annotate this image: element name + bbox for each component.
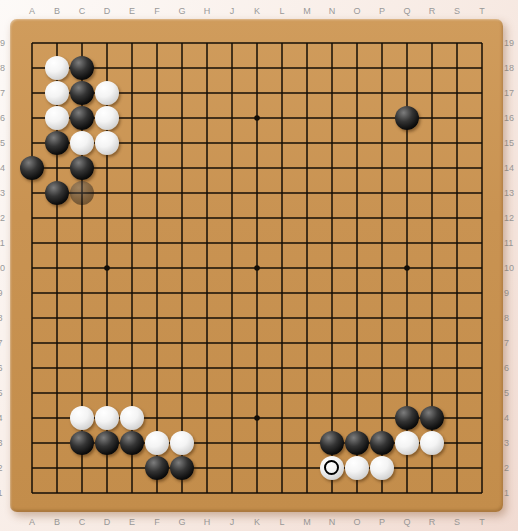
- white-stone-B17: [45, 81, 69, 105]
- col-label-top-A: A: [22, 4, 42, 18]
- black-stone-C17: [70, 81, 94, 105]
- row-label-right-17: 17: [504, 86, 518, 100]
- col-label-top-C: C: [72, 4, 92, 18]
- black-stone-B13: [45, 181, 69, 205]
- star-point-D10: [104, 265, 110, 271]
- ghost-stone-C13[interactable]: [70, 181, 94, 205]
- row-label-right-14: 14: [504, 161, 518, 175]
- row-label-left-16: 16: [0, 111, 10, 125]
- black-stone-P3: [370, 431, 394, 455]
- black-stone-B15: [45, 131, 69, 155]
- row-label-left-12: 12: [0, 211, 10, 225]
- row-label-right-7: 7: [504, 336, 518, 350]
- row-label-left-10: 10: [0, 261, 10, 275]
- row-label-right-1: 1: [504, 486, 518, 500]
- col-label-bottom-N: N: [322, 515, 342, 529]
- col-label-bottom-B: B: [47, 515, 67, 529]
- col-label-top-T: T: [472, 4, 492, 18]
- row-label-left-6: 6: [0, 361, 10, 375]
- row-label-left-7: 7: [0, 336, 10, 350]
- white-stone-Q3: [395, 431, 419, 455]
- white-stone-D16: [95, 106, 119, 130]
- row-label-left-1: 1: [0, 486, 10, 500]
- go-app: { "game": "go", "board_size": 19, "posit…: [0, 0, 518, 531]
- row-label-left-14: 14: [0, 161, 10, 175]
- col-label-top-N: N: [322, 4, 342, 18]
- col-label-bottom-E: E: [122, 515, 142, 529]
- black-stone-C16: [70, 106, 94, 130]
- col-label-top-O: O: [347, 4, 367, 18]
- col-label-top-Q: Q: [397, 4, 417, 18]
- row-label-right-13: 13: [504, 186, 518, 200]
- black-stone-E3: [120, 431, 144, 455]
- col-label-bottom-O: O: [347, 515, 367, 529]
- row-label-left-2: 2: [0, 461, 10, 475]
- col-label-top-K: K: [247, 4, 267, 18]
- row-label-left-9: 9: [0, 286, 10, 300]
- star-point-Q10: [404, 265, 410, 271]
- col-label-bottom-D: D: [97, 515, 117, 529]
- col-label-bottom-K: K: [247, 515, 267, 529]
- row-label-right-16: 16: [504, 111, 518, 125]
- col-label-top-M: M: [297, 4, 317, 18]
- white-stone-C15: [70, 131, 94, 155]
- black-stone-G2: [170, 456, 194, 480]
- star-point-K16: [254, 115, 260, 121]
- row-label-left-19: 19: [0, 36, 10, 50]
- row-label-left-18: 18: [0, 61, 10, 75]
- black-stone-N3: [320, 431, 344, 455]
- white-stone-D17: [95, 81, 119, 105]
- row-label-right-5: 5: [504, 386, 518, 400]
- col-label-bottom-F: F: [147, 515, 167, 529]
- black-stone-A14: [20, 156, 44, 180]
- col-label-top-S: S: [447, 4, 467, 18]
- white-stone-E4: [120, 406, 144, 430]
- row-label-right-15: 15: [504, 136, 518, 150]
- col-label-bottom-P: P: [372, 515, 392, 529]
- row-label-right-10: 10: [504, 261, 518, 275]
- white-stone-P2: [370, 456, 394, 480]
- row-label-right-3: 3: [504, 436, 518, 450]
- black-stone-Q16: [395, 106, 419, 130]
- row-label-left-11: 11: [0, 236, 10, 250]
- white-stone-G3: [170, 431, 194, 455]
- star-point-K10: [254, 265, 260, 271]
- white-stone-O2: [345, 456, 369, 480]
- col-label-top-R: R: [422, 4, 442, 18]
- black-stone-D3: [95, 431, 119, 455]
- col-label-top-E: E: [122, 4, 142, 18]
- white-stone-D4: [95, 406, 119, 430]
- row-label-right-11: 11: [504, 236, 518, 250]
- col-label-top-H: H: [197, 4, 217, 18]
- row-label-right-12: 12: [504, 211, 518, 225]
- col-label-top-G: G: [172, 4, 192, 18]
- black-stone-C18: [70, 56, 94, 80]
- white-stone-N2: [320, 456, 344, 480]
- row-label-left-5: 5: [0, 386, 10, 400]
- col-label-top-L: L: [272, 4, 292, 18]
- row-label-left-17: 17: [0, 86, 10, 100]
- black-stone-Q4: [395, 406, 419, 430]
- col-label-bottom-Q: Q: [397, 515, 417, 529]
- col-label-bottom-J: J: [222, 515, 242, 529]
- row-label-right-18: 18: [504, 61, 518, 75]
- row-label-right-6: 6: [504, 361, 518, 375]
- col-label-bottom-T: T: [472, 515, 492, 529]
- last-move-marker: [324, 460, 339, 475]
- col-label-bottom-L: L: [272, 515, 292, 529]
- col-label-bottom-C: C: [72, 515, 92, 529]
- white-stone-B18: [45, 56, 69, 80]
- col-label-bottom-R: R: [422, 515, 442, 529]
- row-label-left-8: 8: [0, 311, 10, 325]
- col-label-top-B: B: [47, 4, 67, 18]
- black-stone-C3: [70, 431, 94, 455]
- black-stone-O3: [345, 431, 369, 455]
- row-label-right-19: 19: [504, 36, 518, 50]
- row-label-right-8: 8: [504, 311, 518, 325]
- white-stone-R3: [420, 431, 444, 455]
- col-label-top-D: D: [97, 4, 117, 18]
- black-stone-R4: [420, 406, 444, 430]
- row-label-left-4: 4: [0, 411, 10, 425]
- col-label-bottom-M: M: [297, 515, 317, 529]
- row-label-right-4: 4: [504, 411, 518, 425]
- white-stone-F3: [145, 431, 169, 455]
- go-board[interactable]: [10, 19, 503, 512]
- row-label-left-15: 15: [0, 136, 10, 150]
- star-point-K4: [254, 415, 260, 421]
- col-label-top-F: F: [147, 4, 167, 18]
- white-stone-C4: [70, 406, 94, 430]
- col-label-bottom-A: A: [22, 515, 42, 529]
- row-label-right-2: 2: [504, 461, 518, 475]
- col-label-top-J: J: [222, 4, 242, 18]
- row-label-right-9: 9: [504, 286, 518, 300]
- black-stone-C14: [70, 156, 94, 180]
- row-label-left-13: 13: [0, 186, 10, 200]
- white-stone-B16: [45, 106, 69, 130]
- row-label-left-3: 3: [0, 436, 10, 450]
- col-label-bottom-H: H: [197, 515, 217, 529]
- white-stone-D15: [95, 131, 119, 155]
- col-label-bottom-G: G: [172, 515, 192, 529]
- black-stone-F2: [145, 456, 169, 480]
- col-label-bottom-S: S: [447, 515, 467, 529]
- col-label-top-P: P: [372, 4, 392, 18]
